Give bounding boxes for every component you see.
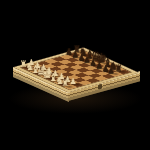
black-pawn: ♟ xyxy=(103,67,121,75)
white-rook: ♜ xyxy=(57,79,75,88)
product-photo: ♜♞♝♛♚♝♞♜♟♟♟♟♟♟♟♟♟♟♟♟♟♟♟♟♜♞♝♛♚♝♞♜ xyxy=(0,0,150,150)
box-clasp xyxy=(98,84,102,90)
